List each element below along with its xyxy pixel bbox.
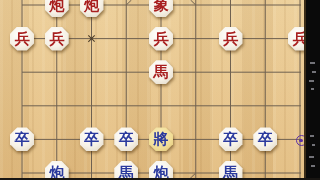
piece-red-馬[interactable]: 馬 <box>149 60 173 84</box>
piece-red-兵[interactable]: 兵 <box>10 27 34 51</box>
app-window: 炮炮象兵兵兵兵兵馬卒卒卒將卒卒炮馬炮馬 <box>0 0 320 180</box>
piece-red-象[interactable]: 象 <box>149 0 173 17</box>
piece-glyph: 卒 <box>219 127 243 151</box>
piece-glyph: 兵 <box>219 27 243 51</box>
xiangqi-board[interactable]: 炮炮象兵兵兵兵兵馬卒卒卒將卒卒炮馬炮馬 <box>0 0 320 180</box>
piece-glyph: 將 <box>149 127 173 151</box>
piece-glyph: 卒 <box>253 127 277 151</box>
piece-red-兵[interactable]: 兵 <box>45 27 69 51</box>
piece-black-將[interactable]: 將 <box>149 127 173 151</box>
window-edge-strip <box>304 0 320 180</box>
piece-glyph: 卒 <box>114 127 138 151</box>
piece-red-兵[interactable]: 兵 <box>149 27 173 51</box>
piece-black-卒[interactable]: 卒 <box>219 127 243 151</box>
piece-glyph: 炮 <box>80 0 104 17</box>
piece-black-卒[interactable]: 卒 <box>10 127 34 151</box>
piece-red-炮[interactable]: 炮 <box>80 0 104 17</box>
piece-glyph: 兵 <box>45 27 69 51</box>
piece-glyph: 兵 <box>149 27 173 51</box>
piece-black-卒[interactable]: 卒 <box>80 127 104 151</box>
piece-glyph: 炮 <box>45 0 69 17</box>
window-bottom-edge <box>0 178 320 180</box>
piece-black-卒[interactable]: 卒 <box>253 127 277 151</box>
piece-glyph: 卒 <box>80 127 104 151</box>
piece-red-炮[interactable]: 炮 <box>45 0 69 17</box>
piece-glyph: 卒 <box>10 127 34 151</box>
piece-glyph: 馬 <box>149 60 173 84</box>
piece-glyph: 兵 <box>10 27 34 51</box>
piece-black-卒[interactable]: 卒 <box>114 127 138 151</box>
piece-red-兵[interactable]: 兵 <box>219 27 243 51</box>
piece-glyph: 象 <box>149 0 173 17</box>
